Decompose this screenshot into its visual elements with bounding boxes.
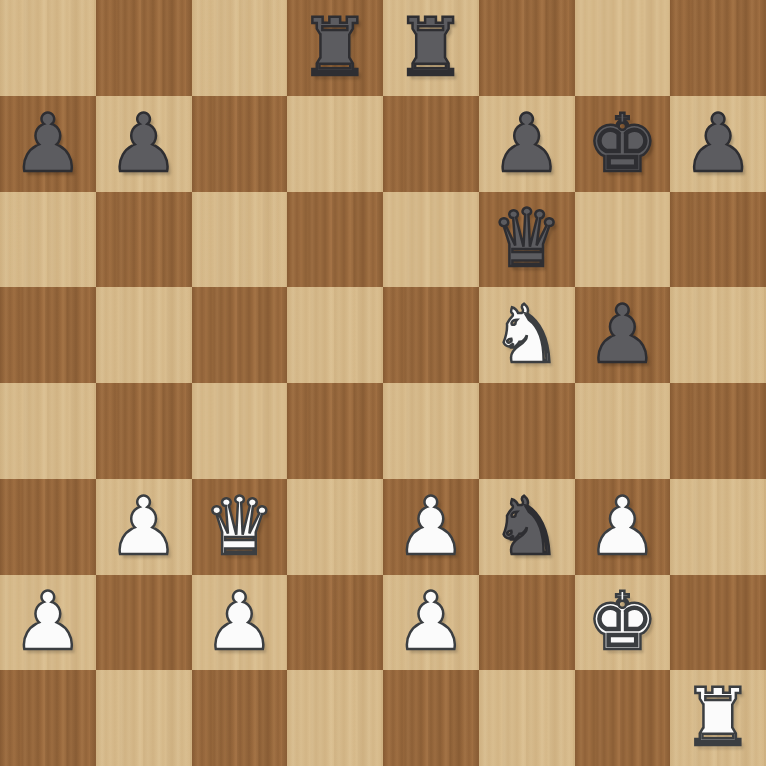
square-h8[interactable] <box>670 0 766 96</box>
square-c3[interactable]: ♛ <box>192 479 288 575</box>
square-f5[interactable]: ♞ <box>479 287 575 383</box>
piece-white-pawn[interactable]: ♟ <box>587 479 659 575</box>
square-e3[interactable]: ♟ <box>383 479 479 575</box>
piece-black-rook[interactable]: ♜ <box>299 0 371 96</box>
square-h5[interactable] <box>670 287 766 383</box>
square-d3[interactable] <box>287 479 383 575</box>
square-f6[interactable]: ♛ <box>479 192 575 288</box>
square-b7[interactable]: ♟ <box>96 96 192 192</box>
square-g6[interactable] <box>575 192 671 288</box>
piece-white-pawn[interactable]: ♟ <box>395 575 467 671</box>
piece-black-rook[interactable]: ♜ <box>395 0 467 96</box>
square-a8[interactable] <box>0 0 96 96</box>
square-a1[interactable] <box>0 670 96 766</box>
square-f4[interactable] <box>479 383 575 479</box>
square-f7[interactable]: ♟ <box>479 96 575 192</box>
piece-white-pawn[interactable]: ♟ <box>12 575 84 671</box>
square-c5[interactable] <box>192 287 288 383</box>
square-e2[interactable]: ♟ <box>383 575 479 671</box>
square-h6[interactable] <box>670 192 766 288</box>
square-d4[interactable] <box>287 383 383 479</box>
piece-white-knight[interactable]: ♞ <box>491 287 563 383</box>
square-d7[interactable] <box>287 96 383 192</box>
square-f8[interactable] <box>479 0 575 96</box>
square-c2[interactable]: ♟ <box>192 575 288 671</box>
piece-white-queen[interactable]: ♛ <box>204 479 276 575</box>
square-c6[interactable] <box>192 192 288 288</box>
square-g4[interactable] <box>575 383 671 479</box>
square-d6[interactable] <box>287 192 383 288</box>
square-h1[interactable]: ♜ <box>670 670 766 766</box>
square-g3[interactable]: ♟ <box>575 479 671 575</box>
square-a5[interactable] <box>0 287 96 383</box>
piece-white-pawn[interactable]: ♟ <box>395 479 467 575</box>
square-g2[interactable]: ♚ <box>575 575 671 671</box>
square-h7[interactable]: ♟ <box>670 96 766 192</box>
square-e8[interactable]: ♜ <box>383 0 479 96</box>
piece-black-king[interactable]: ♚ <box>587 96 659 192</box>
chess-board: ♜♜♟♟♟♚♟♛♞♟♟♛♟♞♟♟♟♟♚♜ <box>0 0 766 766</box>
piece-white-pawn[interactable]: ♟ <box>204 575 276 671</box>
square-g7[interactable]: ♚ <box>575 96 671 192</box>
chess-board-container: ♜♜♟♟♟♚♟♛♞♟♟♛♟♞♟♟♟♟♚♜ <box>0 0 766 766</box>
square-c7[interactable] <box>192 96 288 192</box>
square-a2[interactable]: ♟ <box>0 575 96 671</box>
square-b1[interactable] <box>96 670 192 766</box>
piece-black-pawn[interactable]: ♟ <box>12 96 84 192</box>
piece-black-pawn[interactable]: ♟ <box>682 96 754 192</box>
square-a6[interactable] <box>0 192 96 288</box>
square-b3[interactable]: ♟ <box>96 479 192 575</box>
square-d1[interactable] <box>287 670 383 766</box>
square-b2[interactable] <box>96 575 192 671</box>
square-b4[interactable] <box>96 383 192 479</box>
piece-white-rook[interactable]: ♜ <box>682 670 754 766</box>
square-c1[interactable] <box>192 670 288 766</box>
square-b6[interactable] <box>96 192 192 288</box>
square-c8[interactable] <box>192 0 288 96</box>
square-d2[interactable] <box>287 575 383 671</box>
piece-black-queen[interactable]: ♛ <box>491 192 563 288</box>
square-b5[interactable] <box>96 287 192 383</box>
square-e4[interactable] <box>383 383 479 479</box>
square-f1[interactable] <box>479 670 575 766</box>
square-g8[interactable] <box>575 0 671 96</box>
square-e1[interactable] <box>383 670 479 766</box>
square-a3[interactable] <box>0 479 96 575</box>
piece-black-pawn[interactable]: ♟ <box>108 96 180 192</box>
square-f2[interactable] <box>479 575 575 671</box>
square-c4[interactable] <box>192 383 288 479</box>
piece-black-pawn[interactable]: ♟ <box>491 96 563 192</box>
square-h4[interactable] <box>670 383 766 479</box>
square-g5[interactable]: ♟ <box>575 287 671 383</box>
square-g1[interactable] <box>575 670 671 766</box>
square-a7[interactable]: ♟ <box>0 96 96 192</box>
square-b8[interactable] <box>96 0 192 96</box>
square-h2[interactable] <box>670 575 766 671</box>
square-e7[interactable] <box>383 96 479 192</box>
piece-black-knight[interactable]: ♞ <box>491 479 563 575</box>
piece-white-pawn[interactable]: ♟ <box>108 479 180 575</box>
square-h3[interactable] <box>670 479 766 575</box>
piece-black-pawn[interactable]: ♟ <box>587 287 659 383</box>
piece-white-king[interactable]: ♚ <box>587 575 659 671</box>
square-e6[interactable] <box>383 192 479 288</box>
square-e5[interactable] <box>383 287 479 383</box>
square-a4[interactable] <box>0 383 96 479</box>
square-f3[interactable]: ♞ <box>479 479 575 575</box>
square-d5[interactable] <box>287 287 383 383</box>
square-d8[interactable]: ♜ <box>287 0 383 96</box>
